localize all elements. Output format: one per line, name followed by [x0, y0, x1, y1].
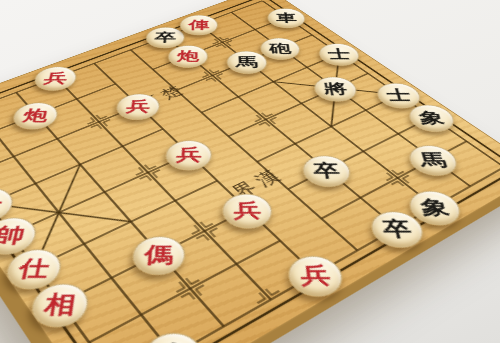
piece-character: 士 — [385, 89, 412, 103]
piece-character: 卒 — [312, 162, 341, 179]
piece-character: 卒 — [154, 32, 176, 44]
piece-character: 兵 — [43, 72, 69, 85]
piece-character: 帥 — [0, 225, 26, 245]
piece-character: 相 — [43, 293, 78, 317]
piece-character: 兵 — [233, 201, 261, 220]
piece-character: 傌 — [144, 245, 174, 266]
piece-character: 俥 — [188, 19, 209, 30]
piece-character: 卒 — [381, 219, 414, 239]
piece-character: 兵 — [299, 265, 331, 287]
xiangqi-board[interactable]: 楚河漢界 車士士象砲將馬馬象卒卒卒車俥炮兵兵兵兵兵炮傌傌相仕帥仕相 — [0, 0, 500, 343]
piece-character: 炮 — [22, 108, 50, 123]
piece-character: 炮 — [177, 50, 199, 62]
piece-character: 兵 — [176, 147, 202, 164]
piece-character: 象 — [417, 111, 446, 126]
piece-character: 車 — [275, 13, 297, 24]
piece-character: 將 — [323, 82, 349, 96]
river-text-chu: 楚 — [156, 83, 186, 101]
piece-character: 砲 — [269, 43, 292, 55]
piece-character: 象 — [419, 198, 452, 217]
piece-character: 馬 — [418, 152, 449, 169]
piece-character: 仕 — [0, 195, 4, 214]
piece-character: 馬 — [236, 56, 259, 69]
piece-character: 士 — [327, 48, 351, 60]
river-text-han: 漢 — [250, 167, 284, 190]
piece-character: 兵 — [125, 99, 150, 113]
piece-character: 仕 — [17, 258, 51, 280]
photo-background: 楚河漢界 車士士象砲將馬馬象卒卒卒車俥炮兵兵兵兵兵炮傌傌相仕帥仕相 — [0, 0, 500, 343]
